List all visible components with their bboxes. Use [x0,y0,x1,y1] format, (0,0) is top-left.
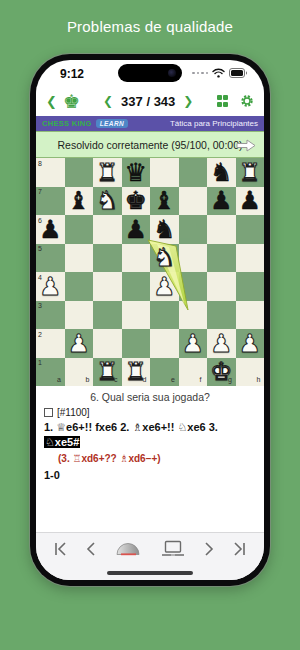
chess-king-logo-icon[interactable]: ♚ [63,92,80,111]
square-f5[interactable] [179,244,208,273]
rank-label-7: 7 [38,188,42,195]
square-b4[interactable] [65,272,94,301]
main-line-moves[interactable]: 1. ♕e6+!! fxe6 2. ♗xe6+!! ♘xe6 3. [44,421,218,433]
square-c8[interactable]: ♜ [93,158,122,187]
square-b6[interactable] [65,215,94,244]
white-rook: ♜ [96,160,118,185]
previous-move-button[interactable] [86,541,96,557]
black-pawn: ♟ [210,188,232,213]
square-d4[interactable] [122,272,151,301]
status-bar: 9:12 [36,60,264,86]
white-knight: ♞ [96,188,118,213]
wifi-icon [212,68,225,78]
puzzle-question: 6. Qual seria sua jogada? [36,391,264,403]
square-f7[interactable] [179,187,208,216]
black-pawn: ♟ [125,217,147,242]
skip-to-start-button[interactable] [54,541,67,557]
square-e8[interactable] [150,158,179,187]
puzzle-grid-button[interactable] [217,95,229,107]
file-label-f: f [200,376,202,383]
settings-gear-icon[interactable] [240,94,254,108]
white-knight: ♞ [153,245,175,270]
square-h7[interactable]: ♟ [236,187,265,216]
square-h2[interactable]: ♟ [236,329,265,358]
square-f1[interactable] [179,358,208,387]
next-puzzle-button[interactable]: ❯ [183,94,193,108]
square-e3[interactable] [150,301,179,330]
rank-label-6: 6 [38,217,42,224]
square-g8[interactable]: ♞ [207,158,236,187]
nav-bar: ❮ ♚ ❮ 337 / 343 ❯ [36,86,264,116]
main-line: 1. ♕e6+!! fxe6 2. ♗xe6+!! ♘xe6 3. ♘xe5# [44,420,256,451]
camera-icon [168,69,176,77]
square-f6[interactable] [179,215,208,244]
learn-badge: LEARN [96,119,128,128]
rank-label-3: 3 [38,302,42,309]
square-h8[interactable]: ♜ [236,158,265,187]
white-pawn: ♟ [239,331,261,356]
result-text: Resolvido corretamente (95/100, 00:00) [57,139,242,151]
previous-puzzle-button[interactable]: ❮ [103,94,113,108]
rank-label-2: 2 [38,331,42,338]
back-button[interactable]: ❮ [46,94,57,109]
rank-label-8: 8 [38,160,42,167]
square-e2[interactable] [150,329,179,358]
square-f8[interactable] [179,158,208,187]
black-knight: ♞ [153,217,175,242]
square-g5[interactable] [207,244,236,273]
black-bishop: ♝ [153,188,175,213]
square-g7[interactable]: ♟ [207,187,236,216]
white-pawn: ♟ [68,331,90,356]
square-b2[interactable]: ♟ [65,329,94,358]
square-d5[interactable] [122,244,151,273]
file-label-c: c [114,376,118,383]
square-g4[interactable] [207,272,236,301]
square-d3[interactable] [122,301,151,330]
file-label-g: g [228,376,232,383]
square-e7[interactable]: ♝ [150,187,179,216]
square-f4[interactable] [179,272,208,301]
current-move[interactable]: ♘xe5# [44,436,80,448]
file-label-d: d [143,376,147,383]
white-pawn: ♟ [210,331,232,356]
square-g3[interactable] [207,301,236,330]
battery-icon [229,68,248,78]
square-g2[interactable]: ♟ [207,329,236,358]
file-label-h: h [257,376,261,383]
square-c6[interactable] [93,215,122,244]
black-pawn: ♟ [239,188,261,213]
file-label-a: a [57,376,61,383]
black-queen: ♛ [125,160,147,185]
square-c2[interactable] [93,329,122,358]
square-b3[interactable] [65,301,94,330]
rank-label-4: 4 [38,274,42,281]
computer-icon[interactable] [161,540,185,557]
home-indicator [107,571,193,575]
rank-label-5: 5 [38,245,42,252]
next-move-button[interactable] [204,541,214,557]
square-b5[interactable] [65,244,94,273]
dynamic-island [118,64,182,82]
square-f3[interactable] [179,301,208,330]
square-b8[interactable] [65,158,94,187]
square-h6[interactable] [236,215,265,244]
white-pawn: ♟ [39,274,61,299]
square-c5[interactable] [93,244,122,273]
app-name: CHESS KING [42,119,92,128]
black-knight: ♞ [210,160,232,185]
square-h3[interactable] [236,301,265,330]
course-title: Tática para Principiantes [170,119,258,128]
square-d8[interactable]: ♛ [122,158,151,187]
square-g6[interactable] [207,215,236,244]
square-d7[interactable]: ♚ [122,187,151,216]
square-e6[interactable]: ♞ [150,215,179,244]
moves-panel: [#1100] 1. ♕e6+!! fxe6 2. ♗xe6+!! ♘xe6 3… [36,403,264,481]
square-f2[interactable]: ♟ [179,329,208,358]
app-screen: 9:12 ❮ ♚ [36,60,264,580]
mouse-icon[interactable] [115,540,141,557]
result-bar: Resolvido corretamente (95/100, 00:00) [36,131,264,158]
white-rook: ♜ [239,160,261,185]
puzzle-tag: [#1100] [57,407,90,418]
iphone-frame: 9:12 ❮ ♚ [30,54,270,586]
black-king: ♚ [125,188,147,213]
square-h5[interactable] [236,244,265,273]
next-arrow-button[interactable] [236,139,256,152]
black-bishop: ♝ [68,188,90,213]
rank-label-1: 1 [38,359,42,366]
square-c7[interactable]: ♞ [93,187,122,216]
square-h4[interactable] [236,272,265,301]
bottom-toolbar [36,532,264,580]
square-c3[interactable] [93,301,122,330]
square-c4[interactable] [93,272,122,301]
clock: 9:12 [60,67,84,81]
file-label-b: b [86,376,90,383]
cellular-signal-icon [192,72,208,75]
square-d2[interactable] [122,329,151,358]
variation-line[interactable]: (3. ♖xd6+?? ♗xd6−+) [58,451,256,466]
page-title: Problemas de qualidade [0,18,300,35]
square-e4[interactable]: ♟ [150,272,179,301]
white-pawn: ♟ [153,274,175,299]
game-result: 1-0 [44,469,256,481]
bookmark-checkbox[interactable] [44,408,53,417]
chess-board: ♜♛♞♜♝♞♚♝♟♟♟♟♞♞♟♟♟♟♟♟♜♜♚87654321abcdefgh [36,158,264,386]
black-pawn: ♟ [39,217,61,242]
square-b7[interactable]: ♝ [65,187,94,216]
white-pawn: ♟ [182,331,204,356]
brand-bar: CHESS KING LEARN Tática para Principiant… [36,116,264,131]
puzzle-counter: 337 / 343 [121,94,175,109]
file-label-e: e [171,376,175,383]
skip-to-end-button[interactable] [233,541,246,557]
square-d6[interactable]: ♟ [122,215,151,244]
square-e5[interactable]: ♞ [150,244,179,273]
